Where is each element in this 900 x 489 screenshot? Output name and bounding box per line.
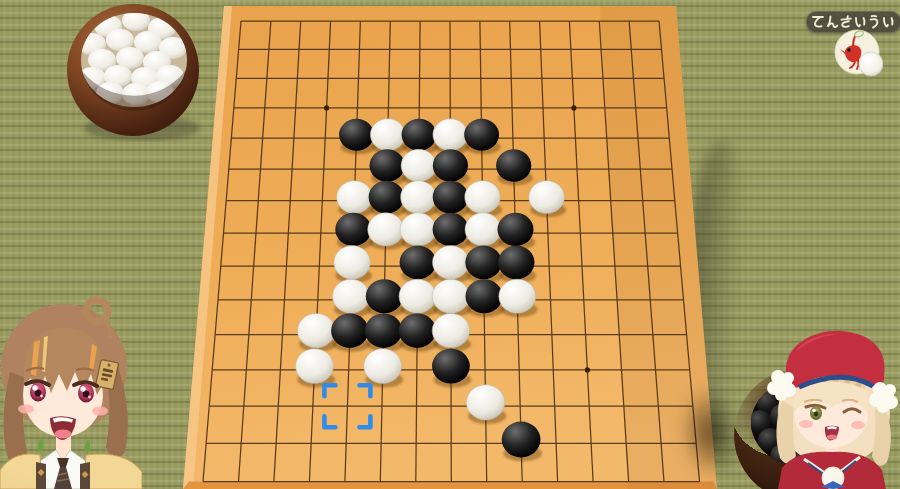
white-stone-bowl	[58, 0, 208, 142]
left-character-mouth	[50, 416, 76, 440]
stone-white	[401, 149, 436, 181]
stone-white	[400, 213, 436, 246]
stone-black	[433, 181, 469, 214]
stone-white	[433, 119, 468, 151]
stone-black	[432, 349, 470, 384]
stone-black	[465, 246, 501, 280]
game-scene: てんさいうい	[0, 0, 900, 489]
stone-white	[370, 119, 405, 151]
stone-black	[433, 149, 468, 181]
stone-white	[432, 314, 469, 348]
stone-black	[433, 213, 469, 246]
stone-white	[465, 181, 501, 214]
stone-white	[368, 213, 404, 246]
right-character	[767, 331, 898, 489]
left-character	[0, 282, 142, 489]
left-blush-2	[92, 407, 108, 416]
stone-black	[339, 119, 374, 151]
stone-black	[464, 119, 499, 151]
stone-white	[298, 314, 335, 348]
blush-right	[851, 421, 865, 429]
stone-white	[529, 181, 565, 214]
player-avatar	[833, 28, 883, 78]
stone-white	[334, 246, 370, 280]
stone-black	[335, 213, 371, 246]
stone-white	[364, 349, 402, 384]
stone-black	[331, 314, 368, 348]
stone-black	[496, 149, 531, 181]
stone-white	[333, 279, 370, 313]
stone-white	[296, 349, 334, 384]
blush-left	[799, 420, 813, 428]
sprout-left	[38, 438, 43, 454]
stone-black	[369, 181, 405, 214]
stone-black	[502, 422, 541, 458]
stone-white	[401, 181, 437, 214]
stone-white	[466, 385, 504, 420]
stone-black	[370, 149, 405, 181]
stone-white	[432, 279, 469, 313]
stone-white	[433, 246, 469, 280]
stone-black	[466, 279, 503, 313]
red-beret	[786, 331, 885, 388]
left-blush	[18, 405, 34, 414]
stone-white	[465, 213, 501, 246]
stone-black	[498, 246, 534, 280]
stone-black	[498, 213, 534, 246]
stone-black	[400, 246, 436, 280]
stone-white	[399, 279, 436, 313]
sprout-right	[85, 439, 90, 455]
stone-black	[366, 279, 403, 313]
stone-black	[399, 314, 436, 348]
stone-white	[337, 181, 373, 214]
white-stone-icon	[859, 52, 883, 76]
right-player-area	[726, 328, 900, 489]
stone-black	[365, 314, 402, 348]
stone-white	[499, 279, 536, 313]
stone-black	[402, 119, 437, 151]
